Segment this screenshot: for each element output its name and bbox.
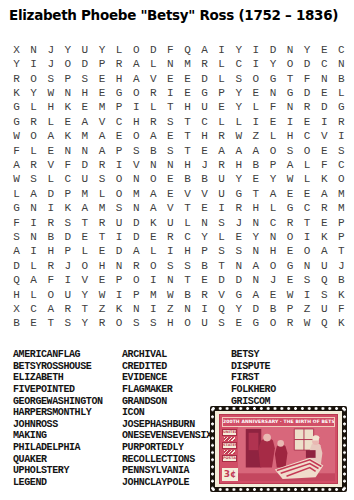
grid-cell: I (196, 302, 213, 316)
grid-cell: E (247, 86, 264, 100)
stamp-ribbon (224, 450, 235, 454)
grid-cell: A (282, 158, 299, 172)
grid-cell: V (213, 288, 230, 302)
grid-cell: T (42, 317, 59, 331)
grid-cell: V (93, 115, 110, 129)
grid-cell: R (8, 72, 25, 86)
grid-cell: B (145, 144, 162, 158)
grid-cell: E (76, 101, 93, 115)
grid-cell: T (179, 115, 196, 129)
grid-cell: I (282, 115, 299, 129)
grid-cell: N (76, 144, 93, 158)
grid-cell: B (196, 259, 213, 273)
grid-cell: P (282, 302, 299, 316)
grid-cell: N (299, 259, 316, 273)
grid-cell: A (213, 144, 230, 158)
grid-cell: S (230, 245, 247, 259)
grid-cell: N (230, 259, 247, 273)
grid-cell: L (145, 101, 162, 115)
grid-cell: N (282, 43, 299, 57)
grid-cell: N (247, 245, 264, 259)
grid-cell: E (282, 245, 299, 259)
grid-cell: L (264, 201, 281, 215)
grid-cell: E (179, 86, 196, 100)
grid-cell: A (145, 187, 162, 201)
grid-cell: N (128, 302, 145, 316)
word-list-item: GEORGEWASHINGTON (13, 396, 103, 408)
grid-cell: U (213, 187, 230, 201)
grid-cell: E (93, 274, 110, 288)
grid-cell: O (299, 245, 316, 259)
grid-cell: A (25, 274, 42, 288)
grid-cell: Q (8, 274, 25, 288)
grid-cell: A (8, 158, 25, 172)
grid-cell: T (162, 101, 179, 115)
grid-cell: O (76, 259, 93, 273)
word-list-item: BETSYROSSHOUSE (13, 361, 103, 373)
grid-cell: C (111, 115, 128, 129)
grid-cell: P (333, 230, 350, 244)
grid-cell: O (111, 173, 128, 187)
word-list-item: FOLKHERO (231, 384, 276, 396)
grid-cell: P (59, 72, 76, 86)
word-list-item: LEGEND (13, 477, 103, 489)
word-list-item: JOHNCLAYPOLE (122, 477, 212, 489)
word-list-item: PURPORTEDLY (122, 442, 212, 454)
grid-cell: N (145, 158, 162, 172)
grid-cell: Y (264, 173, 281, 187)
grid-cell: S (42, 72, 59, 86)
grid-cell: I (162, 245, 179, 259)
grid-cell: O (145, 173, 162, 187)
grid-cell: I (213, 43, 230, 57)
grid-cell: L (179, 216, 196, 230)
grid-cell: R (93, 216, 110, 230)
grid-cell: N (25, 230, 42, 244)
grid-cell: W (8, 173, 25, 187)
grid-cell: E (196, 144, 213, 158)
grid-cell: J (59, 259, 76, 273)
grid-cell: M (128, 187, 145, 201)
grid-cell: J (42, 43, 59, 57)
grid-cell: Y (247, 230, 264, 244)
grid-cell: R (93, 317, 110, 331)
grid-cell: O (128, 129, 145, 143)
grid-cell: I (25, 245, 42, 259)
grid-cell: H (179, 101, 196, 115)
grid-cell: E (316, 216, 333, 230)
grid-cell: C (299, 129, 316, 143)
grid-cell: N (179, 302, 196, 316)
grid-cell: K (333, 317, 350, 331)
grid-cell: P (333, 216, 350, 230)
grid-cell: N (111, 259, 128, 273)
grid-cell: E (230, 230, 247, 244)
grid-cell: W (42, 86, 59, 100)
grid-cell: H (111, 72, 128, 86)
grid-cell: N (196, 216, 213, 230)
grid-cell: T (179, 144, 196, 158)
grid-cell: L (8, 187, 25, 201)
grid-cell: N (162, 274, 179, 288)
grid-cell: E (196, 201, 213, 215)
grid-cell: C (264, 216, 281, 230)
word-list-column-2: ARCHIVALCREDITEDEVIDENCEFLAGMAKERGRANDSO… (122, 349, 212, 489)
grid-cell: Y (8, 57, 25, 71)
grid-cell: H (128, 115, 145, 129)
grid-cell: E (93, 245, 110, 259)
grid-cell: E (93, 72, 110, 86)
stamp-side-label-postage: POSTAGE (222, 455, 237, 462)
grid-cell: G (247, 317, 264, 331)
grid-cell: N (25, 201, 42, 215)
grid-cell: L (299, 173, 316, 187)
grid-cell: M (333, 187, 350, 201)
word-list-column-1: AMERICANFLAGBETSYROSSHOUSEELIZABETHFIVEP… (13, 349, 103, 489)
grid-cell: H (42, 101, 59, 115)
grid-cell: B (42, 230, 59, 244)
grid-cell: K (111, 302, 128, 316)
grid-cell: L (42, 115, 59, 129)
grid-cell: G (196, 86, 213, 100)
grid-cell: R (213, 158, 230, 172)
grid-cell: L (213, 115, 230, 129)
stamp-side-label-states: STATES (222, 442, 237, 449)
grid-cell: E (162, 187, 179, 201)
grid-cell: L (230, 115, 247, 129)
word-list-item: DISPUTE (231, 361, 276, 373)
grid-cell: U (213, 173, 230, 187)
grid-cell: A (196, 43, 213, 57)
grid-cell: E (162, 129, 179, 143)
grid-cell: E (196, 274, 213, 288)
grid-cell: U (162, 216, 179, 230)
grid-cell: N (162, 158, 179, 172)
grid-cell: E (282, 274, 299, 288)
grid-cell: D (213, 274, 230, 288)
grid-cell: M (93, 201, 110, 215)
grid-cell: F (42, 274, 59, 288)
grid-cell: P (111, 144, 128, 158)
grid-cell: G (8, 101, 25, 115)
grid-cell: I (247, 57, 264, 71)
grid-cell: U (59, 288, 76, 302)
grid-cell: D (76, 57, 93, 71)
grid-cell: M (179, 57, 196, 71)
grid-cell: R (316, 201, 333, 215)
grid-cell: Y (25, 86, 42, 100)
grid-cell: M (93, 101, 110, 115)
word-list-item: UPHOLSTERY (13, 465, 103, 477)
grid-cell: R (25, 158, 42, 172)
grid-cell: F (59, 158, 76, 172)
word-list-item: GRANDSON (122, 396, 212, 408)
grid-cell: A (247, 259, 264, 273)
grid-cell: K (333, 288, 350, 302)
grid-cell: A (264, 187, 281, 201)
grid-cell: T (179, 274, 196, 288)
grid-cell: L (213, 230, 230, 244)
grid-cell: Q (179, 43, 196, 57)
grid-cell: P (264, 158, 281, 172)
grid-cell: D (196, 72, 213, 86)
grid-cell: D (76, 158, 93, 172)
grid-cell: O (59, 57, 76, 71)
grid-cell: U (196, 317, 213, 331)
grid-cell: O (128, 274, 145, 288)
grid-cell: S (333, 144, 350, 158)
grid-cell: H (230, 158, 247, 172)
grid-cell: S (128, 144, 145, 158)
grid-cell: G (282, 86, 299, 100)
grid-cell: D (264, 43, 281, 57)
grid-cell: A (316, 187, 333, 201)
grid-cell: I (316, 115, 333, 129)
grid-cell: D (128, 216, 145, 230)
grid-cell: K (316, 230, 333, 244)
grid-cell: D (42, 187, 59, 201)
grid-cell: C (230, 57, 247, 71)
grid-cell: E (179, 72, 196, 86)
grid-cell: K (59, 129, 76, 143)
grid-cell: N (247, 216, 264, 230)
grid-cell: O (179, 317, 196, 331)
grid-cell: A (76, 115, 93, 129)
stamp-ribbon (224, 437, 235, 441)
grid-cell: D (230, 274, 247, 288)
word-search-grid: XNJYUYLODFQAIYIDNYECYIJODPRALNMRLCIYODCN… (8, 43, 350, 331)
grid-cell: L (145, 245, 162, 259)
grid-cell: L (299, 158, 316, 172)
grid-cell: E (299, 187, 316, 201)
grid-cell: I (333, 129, 350, 143)
grid-cell: W (230, 129, 247, 143)
word-list-item: BETSY (231, 349, 276, 361)
grid-cell: S (93, 173, 110, 187)
word-list-item: ELIZABETH (13, 372, 103, 384)
grid-cell: O (128, 86, 145, 100)
grid-cell: R (145, 86, 162, 100)
grid-cell: N (25, 43, 42, 57)
grid-cell: I (128, 101, 145, 115)
grid-cell: E (25, 317, 42, 331)
grid-cell: Y (76, 317, 93, 331)
grid-cell: Q (213, 302, 230, 316)
grid-cell: E (93, 86, 110, 100)
page-title: Elizabeth Phoebe "Betsy" Ross (1752 – 18… (9, 7, 354, 23)
grid-cell: W (93, 288, 110, 302)
grid-cell: L (247, 101, 264, 115)
grid-cell: T (333, 245, 350, 259)
grid-cell: H (264, 245, 281, 259)
grid-cell: G (230, 288, 247, 302)
grid-cell: N (59, 86, 76, 100)
grid-cell: P (196, 245, 213, 259)
word-list-item: PENNSYLVANIA (122, 465, 212, 477)
grid-cell: R (196, 288, 213, 302)
grid-cell: G (111, 86, 128, 100)
grid-cell: G (8, 115, 25, 129)
grid-cell: B (333, 274, 350, 288)
grid-cell: J (264, 274, 281, 288)
grid-cell: K (316, 173, 333, 187)
grid-cell: D (247, 302, 264, 316)
grid-cell: N (316, 72, 333, 86)
grid-cell: H (76, 86, 93, 100)
grid-cell: O (247, 72, 264, 86)
grid-cell: R (111, 57, 128, 71)
grid-cell: E (42, 144, 59, 158)
grid-cell: Y (230, 43, 247, 57)
grid-cell: S (162, 144, 179, 158)
grid-cell: B (8, 317, 25, 331)
grid-cell: E (162, 72, 179, 86)
grid-cell: H (282, 129, 299, 143)
grid-cell: V (42, 158, 59, 172)
grid-cell: S (213, 216, 230, 230)
grid-cell: R (230, 201, 247, 215)
grid-cell: O (264, 317, 281, 331)
grid-cell: O (333, 173, 350, 187)
grid-cell: J (196, 158, 213, 172)
grid-cell: F (299, 72, 316, 86)
grid-cell: H (42, 245, 59, 259)
grid-cell: H (196, 129, 213, 143)
grid-cell: E (316, 144, 333, 158)
grid-cell: C (333, 43, 350, 57)
grid-cell: N (128, 201, 145, 215)
grid-cell: K (8, 86, 25, 100)
grid-cell: F (8, 144, 25, 158)
grid-cell: A (25, 187, 42, 201)
grid-cell: I (42, 201, 59, 215)
grid-cell: O (25, 72, 42, 86)
word-list-item: HARPERSMONTHLY (13, 407, 103, 419)
grid-cell: D (8, 259, 25, 273)
grid-cell: C (299, 201, 316, 215)
grid-cell: H (93, 259, 110, 273)
grid-cell: A (93, 144, 110, 158)
grid-cell: E (145, 230, 162, 244)
grid-cell: C (25, 302, 42, 316)
grid-cell: G (282, 201, 299, 215)
grid-cell: T (179, 201, 196, 215)
grid-cell: S (25, 173, 42, 187)
betsy-ross-stamp: 200TH ANNIVERSARY · THE BIRTH OF BETSY R… (210, 406, 347, 492)
grid-cell: L (25, 101, 42, 115)
grid-cell: Y (264, 57, 281, 71)
grid-cell: Y (230, 86, 247, 100)
grid-cell: R (59, 302, 76, 316)
grid-cell: A (230, 144, 247, 158)
word-list-column-3: BETSYDISPUTEFIRSTFOLKHEROGRISCOM (231, 349, 276, 407)
grid-cell: D (111, 245, 128, 259)
grid-cell: I (25, 57, 42, 71)
grid-cell: A (76, 201, 93, 215)
grid-cell: B (333, 72, 350, 86)
word-list-item: EVIDENCE (122, 372, 212, 384)
grid-cell: T (282, 72, 299, 86)
grid-cell: G (230, 187, 247, 201)
grid-cell: M (76, 187, 93, 201)
grid-cell: G (333, 101, 350, 115)
grid-cell: M (145, 288, 162, 302)
word-list-item: ICON (122, 407, 212, 419)
grid-cell: Y (230, 302, 247, 316)
grid-cell: E (316, 43, 333, 57)
grid-cell: Z (247, 129, 264, 143)
grid-cell: Y (76, 288, 93, 302)
grid-cell: S (179, 259, 196, 273)
grid-cell: I (145, 274, 162, 288)
grid-cell: Q (316, 274, 333, 288)
grid-cell: E (213, 101, 230, 115)
grid-cell: L (145, 57, 162, 71)
grid-cell: O (42, 288, 59, 302)
word-list-item: FIVEPOINTED (13, 384, 103, 396)
grid-cell: Z (93, 302, 110, 316)
grid-cell: K (145, 216, 162, 230)
grid-cell: S (59, 216, 76, 230)
grid-cell: O (145, 259, 162, 273)
grid-cell: I (111, 230, 128, 244)
grid-cell: K (59, 101, 76, 115)
grid-cell: O (25, 129, 42, 143)
grid-cell: E (264, 288, 281, 302)
grid-cell: H (179, 245, 196, 259)
grid-cell: V (76, 274, 93, 288)
grid-cell: F (333, 302, 350, 316)
stamp-design: 200TH ANNIVERSARY · THE BIRTH OF BETSY R… (219, 414, 338, 484)
grid-cell: I (25, 216, 42, 230)
grid-cell: R (299, 101, 316, 115)
grid-cell: N (264, 230, 281, 244)
grid-cell: S (59, 317, 76, 331)
grid-cell: V (128, 158, 145, 172)
grid-cell: N (59, 144, 76, 158)
grid-cell: S (128, 317, 145, 331)
grid-cell: U (111, 216, 128, 230)
grid-cell: Q (316, 317, 333, 331)
word-list-item: FLAGMAKER (122, 384, 212, 396)
grid-cell: X (8, 302, 25, 316)
grid-cell: B (196, 173, 213, 187)
grid-cell: Z (162, 302, 179, 316)
grid-cell: L (25, 288, 42, 302)
grid-cell: L (264, 129, 281, 143)
grid-cell: I (299, 288, 316, 302)
grid-cell: P (111, 101, 128, 115)
grid-cell: I (145, 302, 162, 316)
grid-cell: W (162, 288, 179, 302)
grid-cell: L (93, 187, 110, 201)
grid-cell: P (128, 288, 145, 302)
grid-cell: G (264, 72, 281, 86)
grid-cell: E (59, 115, 76, 129)
word-list-item: CREDITED (122, 361, 212, 373)
grid-cell: H (247, 201, 264, 215)
grid-cell: S (230, 72, 247, 86)
grid-cell: P (59, 187, 76, 201)
grid-cell: A (128, 72, 145, 86)
grid-cell: J (42, 57, 59, 71)
grid-cell: T (213, 259, 230, 273)
stamp-denomination: 3¢ (222, 468, 238, 481)
grid-cell: D (145, 43, 162, 57)
word-list-item: ONESEVENSEVENSIX (122, 430, 212, 442)
grid-cell: Z (299, 302, 316, 316)
grid-cell: F (162, 43, 179, 57)
